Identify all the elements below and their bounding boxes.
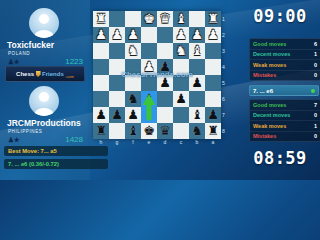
player-rating: 1223	[65, 57, 83, 66]
white-pawn: ♟	[189, 27, 205, 43]
black-pawn: ♟	[157, 75, 173, 91]
black-pawn: ♟	[125, 107, 141, 123]
rank-label-5: 5	[222, 75, 230, 91]
white-pawn: ♟	[173, 27, 189, 43]
square-d3[interactable]	[157, 43, 173, 59]
black-rook: ♜	[93, 123, 109, 139]
square-c2[interactable]: ♟	[173, 27, 189, 43]
player-name: JRCMProductions	[0, 118, 88, 128]
stat-row-weak-moves: Weak moves1	[250, 121, 320, 132]
league-icons: ♟★	[8, 136, 20, 144]
square-f3[interactable]: ♞	[125, 43, 141, 59]
square-f1[interactable]	[125, 11, 141, 27]
rank-label-8: 8	[222, 123, 230, 139]
stat-value: 6	[314, 41, 317, 47]
stat-label: Decent moves	[253, 112, 290, 118]
white-rook: ♜	[205, 11, 221, 27]
square-e8[interactable]: ♚	[141, 123, 157, 139]
black-knight: ♞	[189, 123, 205, 139]
square-e3[interactable]	[141, 43, 157, 59]
white-bishop: ♝	[189, 43, 205, 59]
square-d2[interactable]	[157, 27, 173, 43]
square-a7[interactable]: ♟	[205, 107, 221, 123]
avatar	[29, 86, 59, 116]
logo-text-chess: Chess	[16, 71, 34, 77]
stat-row-mistakes: Mistakes0	[250, 132, 320, 142]
player-name: Toxicfucker	[0, 40, 88, 50]
white-rook: ♜	[93, 11, 109, 27]
file-label-b: b	[189, 139, 205, 146]
avatar-head-icon	[39, 14, 49, 24]
file-label-f: f	[125, 139, 141, 146]
square-g8[interactable]	[109, 123, 125, 139]
square-g5[interactable]	[109, 75, 125, 91]
square-a6[interactable]	[205, 91, 221, 107]
square-e1[interactable]: ♚	[141, 11, 157, 27]
square-h7[interactable]: ♟	[93, 107, 109, 123]
current-move-label: 7. ... e6	[253, 88, 273, 94]
white-pawn: ♟	[125, 27, 141, 43]
current-move-item[interactable]: 7. ... e6	[249, 85, 319, 96]
chess-board[interactable]: ♜♚♛♝♜♟♟♟♟♟♟♞♞♝♟♟♟♟♞♟♟♟♟♟♝♟♜♝♚♛♞♜	[93, 11, 221, 139]
square-e5[interactable]	[141, 75, 157, 91]
stat-row-decent-moves: Decent moves0	[250, 111, 320, 122]
square-b4[interactable]	[189, 59, 205, 75]
square-c1[interactable]: ♝	[173, 11, 189, 27]
rank-label-3: 3	[222, 43, 230, 59]
square-f2[interactable]: ♟	[125, 27, 141, 43]
white-knight: ♞	[125, 43, 141, 59]
square-h2[interactable]: ♟	[93, 27, 109, 43]
file-label-e: e	[141, 139, 157, 146]
file-labels: hgfedcba	[93, 139, 221, 146]
square-c4[interactable]	[173, 59, 189, 75]
logo-text-com: .com	[65, 74, 74, 79]
square-g6[interactable]	[109, 91, 125, 107]
square-f4[interactable]	[125, 59, 141, 75]
stat-label: Weak moves	[253, 123, 286, 129]
rank-label-1: 1	[222, 11, 230, 27]
square-b8[interactable]: ♞	[189, 123, 205, 139]
square-d8[interactable]: ♛	[157, 123, 173, 139]
white-bishop: ♝	[173, 11, 189, 27]
black-bishop: ♝	[125, 123, 141, 139]
white-pawn: ♟	[141, 59, 157, 75]
square-b5[interactable]: ♟	[189, 75, 205, 91]
stat-row-decent-moves: Decent moves1	[250, 50, 320, 61]
player-card-top: Toxicfucker POLAND ♟★ 1223	[0, 8, 88, 66]
square-d6[interactable]	[157, 91, 173, 107]
stat-row-weak-moves: Weak moves0	[250, 60, 320, 71]
rank-label-4: 4	[222, 59, 230, 75]
square-d4[interactable]: ♟	[157, 59, 173, 75]
black-knight: ♞	[125, 91, 141, 107]
stat-row-good-moves: Good moves6	[250, 39, 320, 50]
black-pawn: ♟	[141, 91, 157, 107]
square-c8[interactable]	[173, 123, 189, 139]
clock-white: 09:00	[241, 6, 319, 26]
file-label-d: d	[157, 139, 173, 146]
square-b3[interactable]: ♝	[189, 43, 205, 59]
stat-label: Mistakes	[253, 133, 276, 139]
square-c5[interactable]	[173, 75, 189, 91]
square-d5[interactable]: ♟	[157, 75, 173, 91]
rank-label-7: 7	[222, 107, 230, 123]
stat-label: Mistakes	[253, 72, 276, 78]
square-e7[interactable]	[141, 107, 157, 123]
player-rating: 1428	[65, 135, 83, 144]
move-quality-stats-top: Good moves6Decent moves1Weak moves0Mista…	[249, 38, 320, 81]
square-g3[interactable]	[109, 43, 125, 59]
player-card-bottom: JRCMProductions PHILIPPINES ♟★ 1428	[0, 86, 88, 144]
chessfriends-logo: Chess Friends .com	[5, 66, 85, 82]
white-knight: ♞	[173, 43, 189, 59]
square-c3[interactable]: ♞	[173, 43, 189, 59]
rank-label-2: 2	[222, 27, 230, 43]
square-d7[interactable]	[157, 107, 173, 123]
square-d1[interactable]: ♛	[157, 11, 173, 27]
stat-value: 0	[314, 62, 317, 68]
stat-label: Decent moves	[253, 51, 290, 57]
stat-label: Good moves	[253, 102, 286, 108]
square-h1[interactable]: ♜	[93, 11, 109, 27]
black-pawn: ♟	[157, 59, 173, 75]
square-b2[interactable]: ♟	[189, 27, 205, 43]
square-b6[interactable]	[189, 91, 205, 107]
white-queen: ♛	[157, 11, 173, 27]
white-pawn: ♟	[205, 27, 221, 43]
rank-labels: 12345678	[222, 11, 230, 139]
avatar	[29, 8, 59, 38]
white-king: ♚	[141, 11, 157, 27]
stat-value: 0	[314, 112, 317, 118]
stat-value: 0	[314, 72, 317, 78]
stat-value: 7	[314, 102, 317, 108]
logo-text-friends: Friends	[42, 71, 64, 77]
square-a5[interactable]	[205, 75, 221, 91]
stat-value: 1	[314, 123, 317, 129]
square-a8[interactable]: ♜	[205, 123, 221, 139]
black-pawn: ♟	[205, 107, 221, 123]
square-f8[interactable]: ♝	[125, 123, 141, 139]
file-label-h: h	[93, 139, 109, 146]
square-h6[interactable]	[93, 91, 109, 107]
played-move-eval: 7. ... e6 (0.36/-0.72)	[4, 159, 108, 169]
good-move-dot-icon	[311, 89, 315, 93]
square-a4[interactable]	[205, 59, 221, 75]
shield-icon	[36, 71, 41, 77]
square-c6[interactable]: ♟	[173, 91, 189, 107]
square-a1[interactable]: ♜	[205, 11, 221, 27]
avatar-head-icon	[39, 92, 49, 102]
square-c7[interactable]	[173, 107, 189, 123]
analysis-box: Best Move: 7... a5 7. ... e6 (0.36/-0.72…	[4, 146, 108, 172]
square-a2[interactable]: ♟	[205, 27, 221, 43]
white-pawn: ♟	[109, 27, 125, 43]
avatar-torso-icon	[34, 108, 54, 116]
square-h3[interactable]	[93, 43, 109, 59]
stat-label: Good moves	[253, 41, 286, 47]
stat-row-mistakes: Mistakes0	[250, 71, 320, 81]
square-a3[interactable]	[205, 43, 221, 59]
square-f5[interactable]	[125, 75, 141, 91]
best-move-label: Best Move: 7... a5	[4, 146, 108, 156]
stat-row-good-moves: Good moves7	[250, 100, 320, 111]
black-pawn: ♟	[189, 75, 205, 91]
rank-label-6: 6	[222, 91, 230, 107]
square-g1[interactable]	[109, 11, 125, 27]
square-f6[interactable]: ♞	[125, 91, 141, 107]
square-h8[interactable]: ♜	[93, 123, 109, 139]
file-label-g: g	[109, 139, 125, 146]
square-g2[interactable]: ♟	[109, 27, 125, 43]
square-b1[interactable]	[189, 11, 205, 27]
square-e4[interactable]: ♟	[141, 59, 157, 75]
black-king: ♚	[141, 123, 157, 139]
league-icons: ♟★	[8, 58, 20, 66]
stat-value: 0	[314, 133, 317, 139]
clock-black: 08:59	[241, 148, 319, 168]
black-rook: ♜	[205, 123, 221, 139]
square-b7[interactable]: ♝	[189, 107, 205, 123]
stat-value: 1	[314, 51, 317, 57]
black-queen: ♛	[157, 123, 173, 139]
white-pawn: ♟	[93, 27, 109, 43]
move-quality-stats-bottom: Good moves7Decent moves0Weak moves1Mista…	[249, 99, 320, 142]
square-h4[interactable]	[93, 59, 109, 75]
stat-label: Weak moves	[253, 62, 286, 68]
black-pawn: ♟	[93, 107, 109, 123]
file-label-c: c	[173, 139, 189, 146]
square-g4[interactable]	[109, 59, 125, 75]
square-e6[interactable]: ♟	[141, 91, 157, 107]
square-g7[interactable]: ♟	[109, 107, 125, 123]
avatar-torso-icon	[34, 30, 54, 38]
square-h5[interactable]	[93, 75, 109, 91]
black-pawn: ♟	[173, 91, 189, 107]
file-label-a: a	[205, 139, 221, 146]
black-bishop: ♝	[189, 107, 205, 123]
square-e2[interactable]	[141, 27, 157, 43]
square-f7[interactable]: ♟	[125, 107, 141, 123]
black-pawn: ♟	[109, 107, 125, 123]
